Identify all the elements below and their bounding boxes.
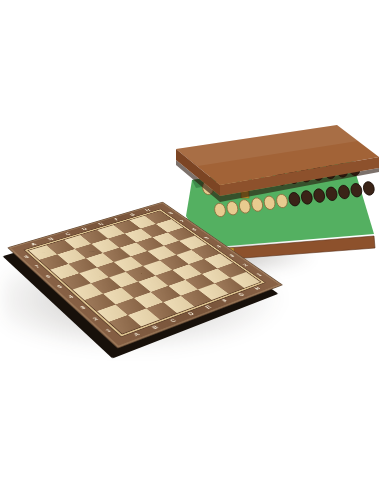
rank-label-left-2: 2 [92,317,99,322]
file-label-bottom-D: D [187,312,195,317]
file-label-bottom-G: G [238,292,246,297]
rank-label-left-8: 8 [24,255,30,259]
chessboard: ♜♝♚♞♟♝♞♟♟♟♟♜♞♝♚♜ AABBCCDDEEFFGGHH1122334… [37,160,248,371]
white-bishop-d2: ♝ [155,270,179,297]
rank-label-left-6: 6 [45,275,52,279]
rank-label-right-7: 7 [180,220,186,223]
black-knight-e6: ♞ [124,229,145,252]
white-pawn-d4: ♟ [132,257,150,276]
rank-label-right-1: 1 [256,273,263,277]
rank-label-right-6: 6 [191,228,197,231]
file-label-top-G: G [129,213,136,217]
rank-label-left-3: 3 [80,306,87,311]
board-surface: ♜♝♚♞♟♝♞♟♟♟♟♜♞♝♚♜ AABBCCDDEEFFGGHH1122334… [7,202,283,349]
black-pawn-c7: ♟ [80,235,97,254]
file-label-bottom-H: H [254,286,262,291]
white-king-e1: ♚ [183,271,210,301]
white-pawn-g4: ♟ [182,241,199,260]
rank-label-right-8: 8 [168,212,174,215]
file-label-bottom-B: B [151,325,159,330]
rank-label-left-7: 7 [34,265,41,269]
file-label-bottom-C: C [169,318,177,323]
file-label-bottom-E: E [204,305,212,310]
file-label-bottom-A: A [133,332,141,337]
black-knight-a7: ♞ [44,241,65,264]
white-rook-h1: ♜ [235,259,256,283]
rank-label-right-5: 5 [204,236,211,240]
white-rook-a2: ♜ [101,291,124,316]
file-label-top-H: H [145,209,152,212]
product-photo-scene: ♜♝♚♞♟♝♞♟♟♟♟♜♞♝♚♜ AABBCCDDEEFFGGHH1122334… [0,0,381,492]
rank-label-right-3: 3 [229,254,236,258]
board-frame: ♜♝♚♞♟♝♞♟♟♟♟♜♞♝♚♜ AABBCCDDEEFFGGHH1122334… [7,202,283,349]
rank-label-left-5: 5 [56,285,63,289]
file-label-bottom-F: F [221,299,229,304]
tray-piece-dark [362,181,376,197]
white-pawn-a4: ♟ [79,274,97,294]
rank-label-left-4: 4 [68,295,75,299]
board-grid: ♜♝♚♞♟♝♞♟♟♟♟♜♞♝♚♜ [29,211,260,334]
rank-label-right-4: 4 [216,245,223,249]
rank-label-left-1: 1 [105,328,112,333]
